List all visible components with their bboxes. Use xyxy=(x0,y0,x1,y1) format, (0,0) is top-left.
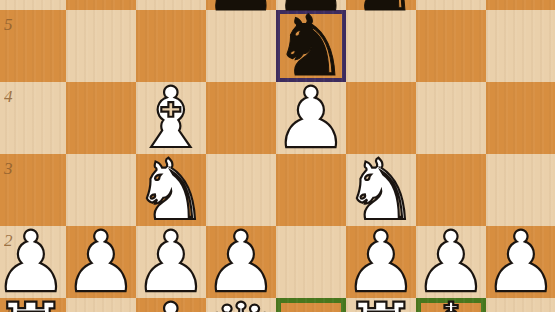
square-g5[interactable] xyxy=(416,10,486,82)
square-c1[interactable]: ♝ xyxy=(136,298,206,312)
square-b6[interactable] xyxy=(66,0,136,10)
chess-board: ♟♟♞5♞4♝♟3♞♞2♟♟♟♟♟♟♟1♜♝♛♜♚ xyxy=(0,0,555,312)
black-knight: ♞ xyxy=(343,0,418,23)
square-e1[interactable] xyxy=(276,298,346,312)
white-king: ♚ xyxy=(413,292,488,312)
square-b5[interactable] xyxy=(66,10,136,82)
square-d6[interactable]: ♟ xyxy=(206,0,276,10)
square-g1[interactable]: ♚ xyxy=(416,298,486,312)
white-queen: ♛ xyxy=(203,292,278,312)
square-a1[interactable]: 1♜ xyxy=(0,298,66,312)
white-pawn: ♟ xyxy=(273,76,348,160)
white-rook: ♜ xyxy=(343,292,418,312)
square-h2[interactable]: ♟ xyxy=(486,226,555,298)
rank-label-5: 5 xyxy=(4,16,13,33)
square-c6[interactable] xyxy=(136,0,206,10)
square-h4[interactable] xyxy=(486,82,555,154)
white-pawn: ♟ xyxy=(483,220,555,304)
square-d1[interactable]: ♛ xyxy=(206,298,276,312)
white-bishop: ♝ xyxy=(133,292,208,312)
square-a6[interactable] xyxy=(0,0,66,10)
rank-label-3: 3 xyxy=(4,160,13,177)
white-pawn: ♟ xyxy=(63,220,138,304)
white-rook: ♜ xyxy=(0,292,69,312)
square-e2[interactable] xyxy=(276,226,346,298)
square-b2[interactable]: ♟ xyxy=(66,226,136,298)
square-h5[interactable] xyxy=(486,10,555,82)
black-pawn: ♟ xyxy=(203,0,278,23)
square-a4[interactable]: 4 xyxy=(0,82,66,154)
square-a5[interactable]: 5 xyxy=(0,10,66,82)
square-e4[interactable]: ♟ xyxy=(276,82,346,154)
square-b4[interactable] xyxy=(66,82,136,154)
square-f6[interactable]: ♞ xyxy=(346,0,416,10)
square-d4[interactable] xyxy=(206,82,276,154)
square-g6[interactable] xyxy=(416,0,486,10)
square-h6[interactable] xyxy=(486,0,555,10)
rank-label-4: 4 xyxy=(4,88,13,105)
square-g4[interactable] xyxy=(416,82,486,154)
square-f1[interactable]: ♜ xyxy=(346,298,416,312)
board-viewport: ♟♟♞5♞4♝♟3♞♞2♟♟♟♟♟♟♟1♜♝♛♜♚ xyxy=(0,0,555,312)
